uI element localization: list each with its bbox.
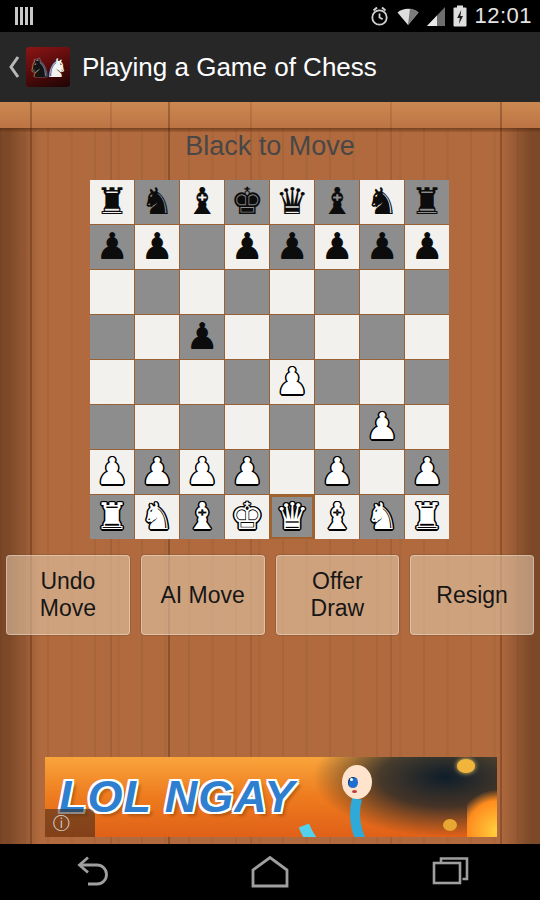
square-c3[interactable] (180, 405, 224, 449)
square-d1[interactable]: ♚ (225, 495, 269, 539)
square-f4[interactable] (315, 360, 359, 404)
black-pawn: ♟ (230, 225, 263, 269)
square-g5[interactable] (360, 315, 404, 359)
status-bar: 12:01 (0, 0, 540, 32)
square-d8[interactable]: ♚ (225, 180, 269, 224)
square-h4[interactable] (405, 360, 449, 404)
white-pawn: ♟ (95, 450, 128, 494)
black-pawn: ♟ (320, 225, 353, 269)
app-icon-white-knight: ♞ (45, 49, 68, 87)
square-g3[interactable]: ♟ (360, 405, 404, 449)
ad-info-icon[interactable]: ⓘ (45, 809, 95, 837)
home-icon (245, 853, 295, 891)
black-knight: ♞ (365, 180, 398, 224)
square-f5[interactable] (315, 315, 359, 359)
square-e2[interactable] (270, 450, 314, 494)
black-knight: ♞ (140, 180, 173, 224)
square-c1[interactable]: ♝ (180, 495, 224, 539)
ad-gold-accent (457, 759, 475, 773)
alarm-clock-icon (369, 5, 390, 27)
square-e3[interactable] (270, 405, 314, 449)
square-f6[interactable] (315, 270, 359, 314)
white-rook: ♜ (95, 495, 128, 539)
black-bishop: ♝ (320, 180, 353, 224)
square-e4[interactable]: ♟ (270, 360, 314, 404)
back-icon (67, 853, 113, 891)
app-icon: ♞ ♞ (26, 47, 70, 87)
square-c4[interactable] (180, 360, 224, 404)
square-a7[interactable]: ♟ (90, 225, 134, 269)
white-pawn: ♟ (140, 450, 173, 494)
square-e1[interactable]: ♛ (270, 495, 314, 539)
square-c2[interactable]: ♟ (180, 450, 224, 494)
resign-button[interactable]: Resign (410, 555, 534, 635)
square-h2[interactable]: ♟ (405, 450, 449, 494)
cell-signal-icon (426, 5, 446, 27)
square-d4[interactable] (225, 360, 269, 404)
square-e7[interactable]: ♟ (270, 225, 314, 269)
white-pawn: ♟ (320, 450, 353, 494)
undo-move-button[interactable]: Undo Move (6, 555, 130, 635)
square-b8[interactable]: ♞ (135, 180, 179, 224)
black-rook: ♜ (95, 180, 128, 224)
white-pawn: ♟ (230, 450, 263, 494)
square-a4[interactable] (90, 360, 134, 404)
white-bishop: ♝ (320, 495, 353, 539)
white-pawn: ♟ (185, 450, 218, 494)
white-pawn: ♟ (275, 360, 308, 404)
wifi-icon (396, 5, 420, 27)
wood-plank-highlight (0, 102, 540, 128)
square-b5[interactable] (135, 315, 179, 359)
square-a3[interactable] (90, 405, 134, 449)
square-b4[interactable] (135, 360, 179, 404)
square-d2[interactable]: ♟ (225, 450, 269, 494)
square-h5[interactable] (405, 315, 449, 359)
square-b6[interactable] (135, 270, 179, 314)
wood-plank-seam (500, 102, 502, 844)
black-king: ♚ (230, 180, 263, 224)
square-b3[interactable] (135, 405, 179, 449)
nav-home-button[interactable] (210, 844, 330, 900)
square-a6[interactable] (90, 270, 134, 314)
square-e8[interactable]: ♛ (270, 180, 314, 224)
black-pawn: ♟ (275, 225, 308, 269)
square-h1[interactable]: ♜ (405, 495, 449, 539)
square-a5[interactable] (90, 315, 134, 359)
nav-back-button[interactable] (30, 844, 150, 900)
black-pawn: ♟ (140, 225, 173, 269)
square-f3[interactable] (315, 405, 359, 449)
white-pawn: ♟ (410, 450, 443, 494)
square-e6[interactable] (270, 270, 314, 314)
offer-draw-button[interactable]: Offer Draw (276, 555, 400, 635)
square-a2[interactable]: ♟ (90, 450, 134, 494)
square-g1[interactable]: ♞ (360, 495, 404, 539)
square-a8[interactable]: ♜ (90, 180, 134, 224)
ad-banner[interactable]: LOL NGAY ⓘ (45, 757, 497, 837)
square-b7[interactable]: ♟ (135, 225, 179, 269)
square-d6[interactable] (225, 270, 269, 314)
white-queen: ♛ (275, 495, 308, 539)
square-e5[interactable] (270, 315, 314, 359)
ad-character-mouth (352, 790, 357, 793)
square-h3[interactable] (405, 405, 449, 449)
page-title: Playing a Game of Chess (82, 52, 377, 83)
white-knight: ♞ (365, 495, 398, 539)
turn-indicator: Black to Move (0, 131, 540, 162)
recents-icon (427, 853, 473, 891)
white-king: ♚ (230, 495, 263, 539)
square-g2[interactable] (360, 450, 404, 494)
nav-recents-button[interactable] (390, 844, 510, 900)
black-pawn: ♟ (95, 225, 128, 269)
android-nav-bar (0, 844, 540, 900)
ad-gold-accent (443, 819, 457, 831)
white-bishop: ♝ (185, 495, 218, 539)
white-pawn: ♟ (365, 405, 398, 449)
square-a1[interactable]: ♜ (90, 495, 134, 539)
white-knight: ♞ (140, 495, 173, 539)
square-d3[interactable] (225, 405, 269, 449)
clock-time: 12:01 (474, 3, 532, 29)
square-f2[interactable]: ♟ (315, 450, 359, 494)
square-d7[interactable]: ♟ (225, 225, 269, 269)
square-g6[interactable] (360, 270, 404, 314)
square-f1[interactable]: ♝ (315, 495, 359, 539)
square-c6[interactable] (180, 270, 224, 314)
square-g4[interactable] (360, 360, 404, 404)
black-pawn: ♟ (365, 225, 398, 269)
notification-bars-icon (15, 7, 35, 25)
ad-flame-accent (467, 785, 497, 837)
black-rook: ♜ (410, 180, 443, 224)
ai-move-button[interactable]: AI Move (141, 555, 265, 635)
square-c8[interactable]: ♝ (180, 180, 224, 224)
square-h8[interactable]: ♜ (405, 180, 449, 224)
square-f7[interactable]: ♟ (315, 225, 359, 269)
title-bar: ♞ ♞ Playing a Game of Chess (0, 32, 540, 102)
square-c5[interactable]: ♟ (180, 315, 224, 359)
square-b2[interactable]: ♟ (135, 450, 179, 494)
chess-board: ♜♞♝♚♛♝♞♜♟♟♟♟♟♟♟♟♟♟♟♟♟♟♟♟♜♞♝♚♛♝♞♜ (90, 180, 449, 539)
black-pawn: ♟ (410, 225, 443, 269)
square-g8[interactable]: ♞ (360, 180, 404, 224)
ad-character-illustration (312, 757, 497, 837)
square-h6[interactable] (405, 270, 449, 314)
square-c7[interactable] (180, 225, 224, 269)
battery-charging-icon (452, 4, 468, 28)
phone-screen: 12:01 ♞ ♞ Playing a Game of Chess Black … (0, 0, 540, 900)
square-g7[interactable]: ♟ (360, 225, 404, 269)
square-b1[interactable]: ♞ (135, 495, 179, 539)
square-d5[interactable] (225, 315, 269, 359)
action-button-row: Undo Move AI Move Offer Draw Resign (0, 555, 540, 635)
square-f8[interactable]: ♝ (315, 180, 359, 224)
black-bishop: ♝ (185, 180, 218, 224)
wood-plank-seam (30, 102, 32, 844)
white-rook: ♜ (410, 495, 443, 539)
black-queen: ♛ (275, 180, 308, 224)
black-pawn: ♟ (185, 315, 218, 359)
ad-character-eye-glint (350, 778, 353, 781)
back-chevron-icon[interactable] (6, 52, 22, 82)
square-h7[interactable]: ♟ (405, 225, 449, 269)
